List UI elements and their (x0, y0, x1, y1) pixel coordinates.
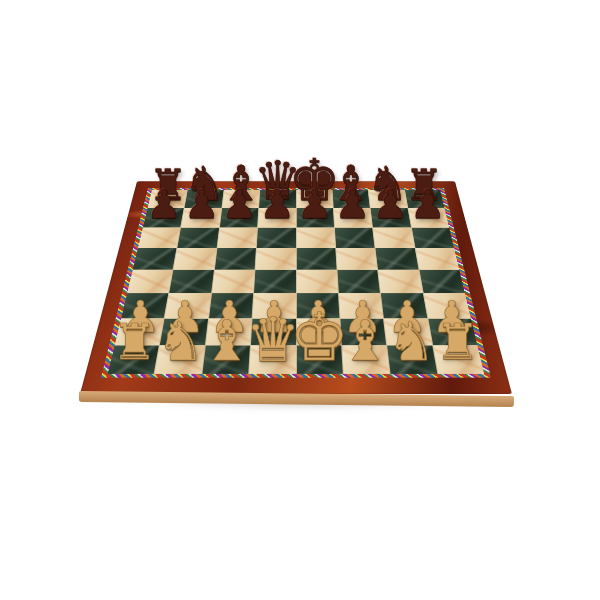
square-e8 (296, 190, 332, 208)
square-b2 (160, 319, 208, 345)
square-c3 (209, 293, 253, 318)
square-e6 (296, 228, 335, 248)
square-g6 (373, 228, 414, 248)
square-h1 (433, 345, 484, 373)
square-h3 (423, 293, 470, 318)
square-f1 (342, 345, 390, 373)
square-e7 (296, 208, 334, 227)
square-a3 (121, 293, 168, 318)
square-f3 (339, 293, 383, 318)
square-d6 (257, 228, 296, 248)
square-h4 (419, 270, 465, 293)
square-d1 (249, 345, 295, 373)
square-e5 (296, 248, 336, 269)
product-photo: ♜♞♝♛♚♝♞♜♟♟♟♟♟♟♟♟♟♟♟♟♟♟♟♟♜♞♝♛♚♝♞♜ (0, 0, 600, 600)
square-d3 (253, 293, 296, 318)
square-h2 (428, 319, 477, 345)
square-a5 (133, 248, 177, 269)
square-d8 (259, 190, 295, 208)
square-g7 (371, 208, 411, 227)
square-a8 (148, 190, 188, 208)
square-c6 (217, 228, 257, 248)
square-e2 (296, 319, 340, 345)
square-b1 (155, 345, 205, 373)
square-d4 (254, 270, 295, 293)
square-g5 (376, 248, 419, 269)
square-c1 (202, 345, 250, 373)
square-e3 (296, 293, 339, 318)
square-b8 (185, 190, 224, 208)
square-h5 (415, 248, 459, 269)
mosaic-trim (101, 188, 491, 378)
square-a2 (115, 319, 164, 345)
square-f5 (336, 248, 377, 269)
square-f6 (335, 228, 375, 248)
square-d2 (251, 319, 295, 345)
square-f2 (340, 319, 386, 345)
square-c5 (215, 248, 256, 269)
square-g4 (378, 270, 422, 293)
square-b6 (178, 228, 219, 248)
square-a1 (108, 345, 159, 373)
square-h6 (412, 228, 454, 248)
square-g3 (381, 293, 427, 318)
square-d5 (256, 248, 296, 269)
square-a4 (127, 270, 173, 293)
board-squares (108, 190, 484, 374)
square-g8 (369, 190, 408, 208)
square-a7 (143, 208, 184, 227)
square-a6 (138, 228, 180, 248)
square-b4 (170, 270, 214, 293)
square-g1 (387, 345, 437, 373)
square-d7 (258, 208, 296, 227)
square-e4 (296, 270, 337, 293)
chess-board (80, 181, 512, 394)
square-h8 (405, 190, 445, 208)
square-c4 (212, 270, 255, 293)
square-c7 (220, 208, 259, 227)
square-b5 (174, 248, 217, 269)
square-e1 (296, 345, 342, 373)
square-f8 (332, 190, 370, 208)
square-c8 (222, 190, 260, 208)
board-border-red-marble (80, 181, 512, 394)
square-b7 (181, 208, 221, 227)
square-g2 (384, 319, 432, 345)
square-h7 (408, 208, 449, 227)
square-f7 (334, 208, 373, 227)
square-b3 (165, 293, 211, 318)
square-f4 (337, 270, 380, 293)
square-c2 (206, 319, 252, 345)
